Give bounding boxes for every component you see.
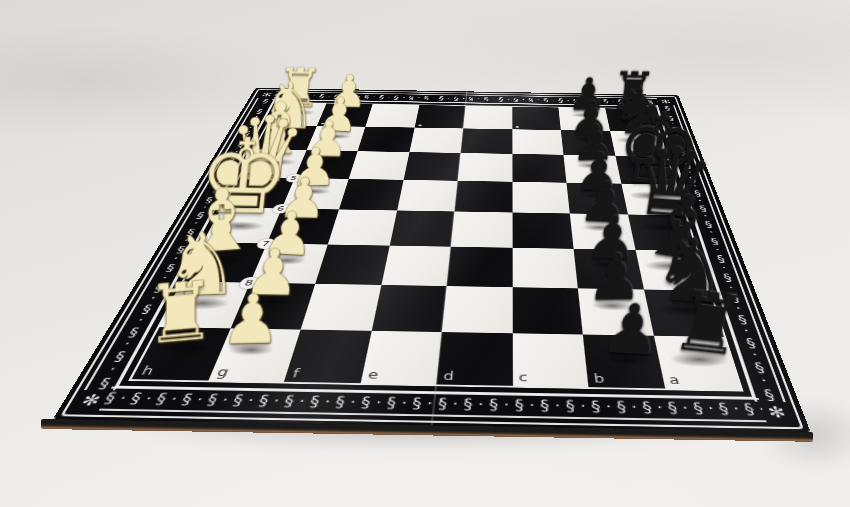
black-P-glyph: ♟ bbox=[541, 291, 723, 369]
square-d-row3[interactable] bbox=[458, 153, 512, 182]
chess-board[interactable]: §·§·§·§·§·§·§·§·§·§·§·§·§·§·§·§·§·§·§·§·… bbox=[52, 88, 811, 434]
square-f-row1[interactable] bbox=[365, 104, 419, 127]
chessboard-photo: §·§·§·§·§·§·§·§·§·§·§·§·§·§·§·§·§·§·§·§·… bbox=[0, 0, 850, 507]
square-e-row1[interactable] bbox=[414, 105, 465, 128]
square-e-row4[interactable] bbox=[397, 180, 458, 212]
square-c-row1[interactable] bbox=[512, 107, 561, 130]
square-d-row2[interactable] bbox=[461, 128, 512, 154]
square-f-row2[interactable] bbox=[358, 127, 415, 153]
corner-dot bbox=[515, 126, 518, 128]
square-g-row1[interactable] bbox=[317, 103, 373, 126]
square-e-row2[interactable] bbox=[409, 127, 463, 153]
square-d-row4[interactable] bbox=[454, 181, 512, 213]
square-d-row1[interactable] bbox=[463, 106, 512, 129]
white-P-glyph: ♟ bbox=[163, 284, 341, 356]
corner-dot bbox=[321, 123, 325, 125]
square-e-row3[interactable] bbox=[403, 152, 460, 180]
square-b-row1[interactable] bbox=[558, 108, 609, 131]
corner-dot bbox=[418, 124, 422, 126]
square-c-row2[interactable] bbox=[512, 129, 564, 155]
